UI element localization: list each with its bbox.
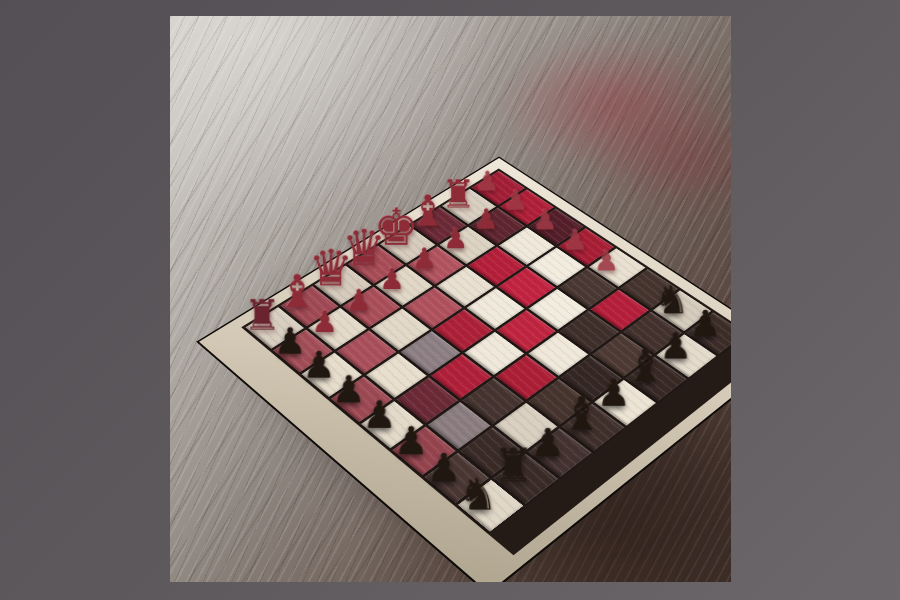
photo-frame: ♟♟♟♟♟♞♟♜♟♟♝♟♝♚♟♟♛♟♝♛♟♟♝♟♜♜♟♟♟♟♟♟♞ <box>170 16 731 582</box>
piece-red-pawn-h8: ♟ <box>476 169 500 195</box>
square-c4 <box>431 354 492 398</box>
square-a4: ♟ <box>361 401 423 448</box>
square-a7: ♟ <box>273 330 332 373</box>
